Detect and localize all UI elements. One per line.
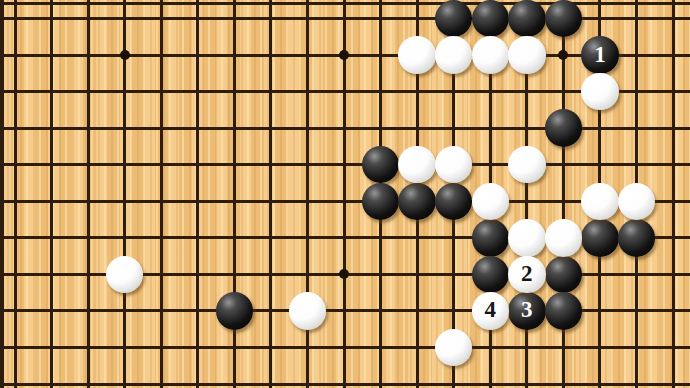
- star-point-K10: [339, 269, 349, 279]
- black-stone-O10: [472, 256, 510, 294]
- white-stone-M13: [398, 146, 436, 184]
- white-stone-D10: [106, 256, 144, 294]
- grid-vertical-line: [14, 0, 17, 388]
- star-point-D16: [120, 50, 130, 60]
- black-stone-R16: 1: [581, 36, 619, 74]
- white-stone-S12: [618, 183, 656, 221]
- white-stone-O16: [472, 36, 510, 74]
- white-stone-N13: [435, 146, 473, 184]
- board-frame-left-edge: [0, 0, 4, 388]
- black-stone-N17: [435, 0, 473, 37]
- black-stone-L13: [362, 146, 400, 184]
- star-point-K16: [339, 50, 349, 60]
- white-stone-O12: [472, 183, 510, 221]
- star-point-Q16: [558, 50, 568, 60]
- grid-vertical-line: [196, 0, 199, 388]
- black-stone-Q14: [545, 109, 583, 147]
- white-stone-P11: [508, 219, 546, 257]
- grid-horizontal-line: [0, 309, 690, 312]
- go-diagram: 1324: [0, 0, 690, 388]
- black-stone-Q9: [545, 292, 583, 330]
- black-stone-P17: [508, 0, 546, 37]
- white-stone-O9: 4: [472, 292, 510, 330]
- grid-vertical-line: [160, 0, 163, 388]
- white-stone-R12: [581, 183, 619, 221]
- white-stone-J9: [289, 292, 327, 330]
- grid-horizontal-line: [0, 346, 690, 349]
- black-stone-G9: [216, 292, 254, 330]
- move-number-label: 4: [485, 298, 497, 321]
- grid-vertical-line: [672, 0, 675, 388]
- grid-horizontal-line: [0, 163, 690, 166]
- black-stone-P9: 3: [508, 292, 546, 330]
- black-stone-O11: [472, 219, 510, 257]
- grid-vertical-line: [50, 0, 53, 388]
- white-stone-N16: [435, 36, 473, 74]
- black-stone-R11: [581, 219, 619, 257]
- white-stone-P13: [508, 146, 546, 184]
- white-stone-M16: [398, 36, 436, 74]
- black-stone-Q17: [545, 0, 583, 37]
- grid-horizontal-line: [0, 127, 690, 130]
- white-stone-P16: [508, 36, 546, 74]
- black-stone-S11: [618, 219, 656, 257]
- grid-vertical-line: [306, 0, 309, 388]
- black-stone-N12: [435, 183, 473, 221]
- white-stone-N8: [435, 329, 473, 367]
- grid-vertical-line: [87, 0, 90, 388]
- move-number-label: 2: [521, 262, 533, 285]
- black-stone-L12: [362, 183, 400, 221]
- black-stone-O17: [472, 0, 510, 37]
- black-stone-Q10: [545, 256, 583, 294]
- move-number-label: 3: [521, 298, 533, 321]
- white-stone-R15: [581, 73, 619, 111]
- move-number-label: 1: [594, 43, 606, 66]
- black-stone-M12: [398, 183, 436, 221]
- grid-horizontal-line: [0, 383, 690, 386]
- grid-horizontal-line: [0, 17, 690, 20]
- grid-vertical-line: [233, 0, 236, 388]
- grid-vertical-line: [269, 0, 272, 388]
- white-stone-Q11: [545, 219, 583, 257]
- white-stone-P10: 2: [508, 256, 546, 294]
